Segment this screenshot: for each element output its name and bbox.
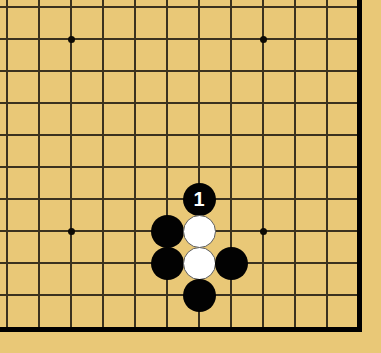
board-point-Q10[interactable] — [247, 23, 279, 55]
go-diagram: 1 — [0, 0, 381, 353]
board-point-P3[interactable] — [215, 247, 247, 279]
black-stone — [215, 247, 248, 280]
board-point-Q4[interactable] — [247, 215, 279, 247]
move-number-label: 1 — [193, 189, 204, 209]
board-point-K10[interactable] — [55, 23, 87, 55]
star-point — [260, 36, 267, 43]
black-stone — [151, 247, 184, 280]
white-stone — [183, 247, 216, 280]
board-point-N3[interactable] — [151, 247, 183, 279]
star-point — [68, 228, 75, 235]
white-stone — [183, 215, 216, 248]
black-stone — [183, 279, 216, 312]
board-point-N4[interactable] — [151, 215, 183, 247]
go-board[interactable]: 1 — [0, 0, 381, 353]
board-point-K4[interactable] — [55, 215, 87, 247]
board-point-O5[interactable]: 1 — [183, 183, 215, 215]
black-stone: 1 — [183, 183, 216, 216]
board-intersection-grid: 1 — [0, 0, 375, 343]
board-point-O3[interactable] — [183, 247, 215, 279]
black-stone — [151, 215, 184, 248]
star-point — [260, 228, 267, 235]
board-point-O2[interactable] — [183, 279, 215, 311]
board-point-O4[interactable] — [183, 215, 215, 247]
star-point — [68, 36, 75, 43]
